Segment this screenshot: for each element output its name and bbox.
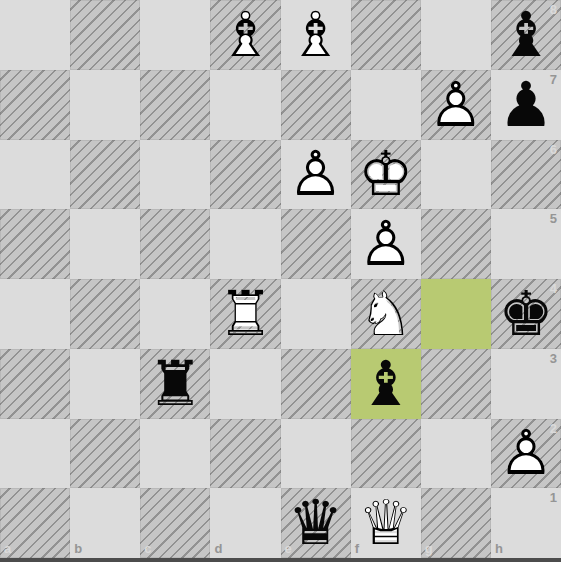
- square-e4[interactable]: [281, 279, 351, 349]
- square-b6[interactable]: [70, 140, 140, 210]
- piece-glyph-outline: ♙: [281, 140, 351, 210]
- square-g8[interactable]: [421, 0, 491, 70]
- square-g6[interactable]: [421, 140, 491, 210]
- file-label-e: e: [285, 542, 292, 555]
- square-c3[interactable]: ♜: [140, 349, 210, 419]
- piece-glyph-fill: ♜: [210, 279, 280, 349]
- piece-black-queen: ♛: [281, 488, 351, 558]
- square-f1[interactable]: ♛♕f: [351, 488, 421, 558]
- piece-glyph-outline: ♙: [491, 419, 561, 489]
- file-label-h: h: [495, 542, 503, 555]
- piece-black-bishop: ♝: [491, 0, 561, 70]
- square-a1[interactable]: a: [0, 488, 70, 558]
- square-c1[interactable]: c: [140, 488, 210, 558]
- rank-label-2: 2: [550, 422, 557, 435]
- piece-white-rook: ♜♖: [210, 279, 280, 349]
- file-label-a: a: [4, 542, 11, 555]
- square-e6[interactable]: ♟♙: [281, 140, 351, 210]
- square-d7[interactable]: [210, 70, 280, 140]
- piece-glyph-outline: ♙: [351, 209, 421, 279]
- piece-glyph-outline: ♕: [351, 488, 421, 558]
- chess-board: ♝♗♝♗♝8♟♙♟7♟♙♚♔6♟♙5♜♖♞♘♚4♜♝3♟♙2abcd♛e♛♕fg…: [0, 0, 561, 558]
- square-g3[interactable]: [421, 349, 491, 419]
- piece-glyph-fill: ♞: [351, 279, 421, 349]
- square-d5[interactable]: [210, 209, 280, 279]
- square-a8[interactable]: [0, 0, 70, 70]
- piece-white-pawn: ♟♙: [351, 209, 421, 279]
- square-c6[interactable]: [140, 140, 210, 210]
- square-b7[interactable]: [70, 70, 140, 140]
- piece-glyph: ♛: [281, 488, 351, 558]
- square-g1[interactable]: g: [421, 488, 491, 558]
- square-c5[interactable]: [140, 209, 210, 279]
- square-h5[interactable]: 5: [491, 209, 561, 279]
- square-d1[interactable]: d: [210, 488, 280, 558]
- piece-glyph-fill: ♟: [421, 70, 491, 140]
- piece-glyph-outline: ♙: [421, 70, 491, 140]
- piece-black-rook: ♜: [140, 349, 210, 419]
- rank-label-6: 6: [550, 143, 557, 156]
- square-f5[interactable]: ♟♙: [351, 209, 421, 279]
- chess-board-window: ♝♗♝♗♝8♟♙♟7♟♙♚♔6♟♙5♜♖♞♘♚4♜♝3♟♙2abcd♛e♛♕fg…: [0, 0, 561, 562]
- square-g2[interactable]: [421, 419, 491, 489]
- square-c4[interactable]: [140, 279, 210, 349]
- file-label-c: c: [144, 542, 151, 555]
- piece-glyph-fill: ♝: [281, 0, 351, 70]
- square-g5[interactable]: [421, 209, 491, 279]
- rank-label-5: 5: [550, 212, 557, 225]
- square-a3[interactable]: [0, 349, 70, 419]
- square-a6[interactable]: [0, 140, 70, 210]
- square-h6[interactable]: 6: [491, 140, 561, 210]
- piece-black-bishop: ♝: [351, 349, 421, 419]
- square-a5[interactable]: [0, 209, 70, 279]
- piece-glyph: ♝: [351, 349, 421, 419]
- piece-glyph: ♜: [140, 349, 210, 419]
- piece-white-pawn: ♟♙: [421, 70, 491, 140]
- square-f6[interactable]: ♚♔: [351, 140, 421, 210]
- square-c2[interactable]: [140, 419, 210, 489]
- square-e8[interactable]: ♝♗: [281, 0, 351, 70]
- square-h8[interactable]: ♝8: [491, 0, 561, 70]
- piece-glyph-fill: ♛: [351, 488, 421, 558]
- piece-glyph-fill: ♟: [491, 419, 561, 489]
- square-c7[interactable]: [140, 70, 210, 140]
- file-label-g: g: [425, 542, 433, 555]
- square-d3[interactable]: [210, 349, 280, 419]
- rank-label-4: 4: [550, 282, 557, 295]
- piece-white-pawn: ♟♙: [281, 140, 351, 210]
- square-h2[interactable]: ♟♙2: [491, 419, 561, 489]
- square-b1[interactable]: b: [70, 488, 140, 558]
- piece-glyph-outline: ♔: [351, 140, 421, 210]
- square-a7[interactable]: [0, 70, 70, 140]
- piece-glyph-fill: ♚: [351, 140, 421, 210]
- square-f7[interactable]: [351, 70, 421, 140]
- square-d4[interactable]: ♜♖: [210, 279, 280, 349]
- file-label-f: f: [355, 542, 359, 555]
- rank-label-1: 1: [550, 491, 557, 504]
- square-h1[interactable]: h1: [491, 488, 561, 558]
- rank-label-7: 7: [550, 73, 557, 86]
- square-d8[interactable]: ♝♗: [210, 0, 280, 70]
- piece-white-pawn: ♟♙: [491, 419, 561, 489]
- square-e2[interactable]: [281, 419, 351, 489]
- piece-black-king: ♚: [491, 279, 561, 349]
- square-b5[interactable]: [70, 209, 140, 279]
- square-e5[interactable]: [281, 209, 351, 279]
- square-h7[interactable]: ♟7: [491, 70, 561, 140]
- piece-glyph-outline: ♗: [281, 0, 351, 70]
- square-f4[interactable]: ♞♘: [351, 279, 421, 349]
- square-f2[interactable]: [351, 419, 421, 489]
- square-b8[interactable]: [70, 0, 140, 70]
- square-e7[interactable]: [281, 70, 351, 140]
- square-e3[interactable]: [281, 349, 351, 419]
- piece-black-pawn: ♟: [491, 70, 561, 140]
- square-d6[interactable]: [210, 140, 280, 210]
- square-a4[interactable]: [0, 279, 70, 349]
- piece-white-king: ♚♔: [351, 140, 421, 210]
- square-b3[interactable]: [70, 349, 140, 419]
- square-h4[interactable]: ♚4: [491, 279, 561, 349]
- square-b4[interactable]: [70, 279, 140, 349]
- square-d2[interactable]: [210, 419, 280, 489]
- square-a2[interactable]: [0, 419, 70, 489]
- piece-glyph-fill: ♝: [210, 0, 280, 70]
- board-bottom-strip: [0, 558, 561, 562]
- piece-glyph-outline: ♘: [351, 279, 421, 349]
- piece-white-bishop: ♝♗: [210, 0, 280, 70]
- piece-white-knight: ♞♘: [351, 279, 421, 349]
- square-b2[interactable]: [70, 419, 140, 489]
- file-label-b: b: [74, 542, 82, 555]
- piece-glyph: ♝: [491, 0, 561, 70]
- square-g4[interactable]: [421, 279, 491, 349]
- square-g7[interactable]: ♟♙: [421, 70, 491, 140]
- file-label-d: d: [214, 542, 222, 555]
- piece-glyph-outline: ♗: [210, 0, 280, 70]
- piece-glyph: ♚: [491, 279, 561, 349]
- piece-white-bishop: ♝♗: [281, 0, 351, 70]
- square-h3[interactable]: 3: [491, 349, 561, 419]
- piece-white-queen: ♛♕: [351, 488, 421, 558]
- piece-glyph-outline: ♖: [210, 279, 280, 349]
- piece-glyph: ♟: [491, 70, 561, 140]
- piece-glyph-fill: ♟: [281, 140, 351, 210]
- square-e1[interactable]: ♛e: [281, 488, 351, 558]
- rank-label-3: 3: [550, 352, 557, 365]
- square-f8[interactable]: [351, 0, 421, 70]
- square-f3[interactable]: ♝: [351, 349, 421, 419]
- piece-glyph-fill: ♟: [351, 209, 421, 279]
- square-c8[interactable]: [140, 0, 210, 70]
- rank-label-8: 8: [550, 3, 557, 16]
